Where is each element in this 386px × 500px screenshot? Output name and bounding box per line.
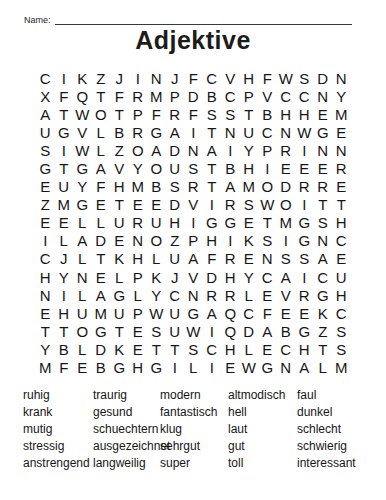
grid-cell-r10c10[interactable]: H bbox=[203, 232, 222, 250]
grid-cell-r4c12[interactable]: U bbox=[240, 123, 259, 141]
word-klug[interactable]: klug bbox=[160, 420, 228, 437]
grid-cell-r11c6[interactable]: H bbox=[129, 250, 148, 268]
grid-cell-r5c4[interactable]: L bbox=[92, 141, 111, 159]
word-traurig[interactable]: traurig bbox=[93, 386, 160, 403]
grid-cell-r10c11[interactable]: I bbox=[221, 232, 240, 250]
grid-cell-r12c7[interactable]: K bbox=[147, 268, 166, 286]
grid-cell-r13c15[interactable]: R bbox=[295, 286, 314, 304]
grid-cell-r9c11[interactable]: G bbox=[221, 214, 240, 232]
grid-cell-r11c4[interactable]: T bbox=[92, 250, 111, 268]
grid-cell-r7c8[interactable]: S bbox=[166, 178, 185, 196]
grid-cell-r4c16[interactable]: G bbox=[314, 123, 333, 141]
grid-cell-r14c8[interactable]: U bbox=[166, 304, 185, 322]
name-input-line[interactable] bbox=[55, 13, 352, 25]
grid-cell-r15c14[interactable]: B bbox=[277, 322, 296, 340]
grid-cell-r11c5[interactable]: K bbox=[110, 250, 129, 268]
grid-cell-r14c2[interactable]: H bbox=[55, 304, 74, 322]
grid-cell-r5c16[interactable]: N bbox=[314, 141, 333, 159]
grid-cell-r10c4[interactable]: D bbox=[92, 232, 111, 250]
grid-cell-r17c5[interactable]: G bbox=[110, 359, 129, 377]
grid-cell-r8c8[interactable]: D bbox=[166, 196, 185, 214]
grid-cell-r14c9[interactable]: G bbox=[184, 304, 203, 322]
grid-cell-r12c16[interactable]: C bbox=[314, 268, 333, 286]
grid-cell-r10c2[interactable]: L bbox=[55, 232, 74, 250]
grid-cell-r13c4[interactable]: A bbox=[92, 286, 111, 304]
grid-cell-r2c5[interactable]: F bbox=[110, 87, 129, 105]
grid-cell-r5c1[interactable]: S bbox=[36, 141, 55, 159]
grid-cell-r1c7[interactable]: N bbox=[147, 69, 166, 87]
grid-cell-r13c7[interactable]: Y bbox=[147, 286, 166, 304]
grid-cell-r5c5[interactable]: Z bbox=[110, 141, 129, 159]
grid-cell-r2c11[interactable]: C bbox=[221, 87, 240, 105]
grid-cell-r16c4[interactable]: D bbox=[92, 340, 111, 358]
grid-cell-r17c17[interactable]: M bbox=[332, 359, 351, 377]
grid-cell-r5c9[interactable]: N bbox=[184, 141, 203, 159]
grid-cell-r3c16[interactable]: E bbox=[314, 105, 333, 123]
grid-cell-r13c10[interactable]: R bbox=[203, 286, 222, 304]
grid-cell-r11c14[interactable]: S bbox=[277, 250, 296, 268]
grid-cell-r13c16[interactable]: G bbox=[314, 286, 333, 304]
grid-cell-r14c7[interactable]: W bbox=[147, 304, 166, 322]
grid-cell-r5c8[interactable]: D bbox=[166, 141, 185, 159]
grid-cell-r17c4[interactable]: B bbox=[92, 359, 111, 377]
grid-cell-r3c17[interactable]: M bbox=[332, 105, 351, 123]
grid-cell-r6c4[interactable]: A bbox=[92, 159, 111, 177]
grid-cell-r12c13[interactable]: C bbox=[258, 268, 277, 286]
grid-cell-r16c14[interactable]: C bbox=[277, 340, 296, 358]
grid-cell-r15c11[interactable]: Q bbox=[221, 322, 240, 340]
grid-cell-r12c8[interactable]: J bbox=[166, 268, 185, 286]
grid-cell-r12c14[interactable]: A bbox=[277, 268, 296, 286]
grid-cell-r17c16[interactable]: L bbox=[314, 359, 333, 377]
grid-cell-r9c15[interactable]: G bbox=[295, 214, 314, 232]
word-langweilig[interactable]: langweilig bbox=[93, 454, 160, 471]
grid-cell-r9c1[interactable]: E bbox=[36, 214, 55, 232]
grid-cell-r6c6[interactable]: Y bbox=[129, 159, 148, 177]
grid-cell-r4c2[interactable]: G bbox=[55, 123, 74, 141]
grid-cell-r4c6[interactable]: R bbox=[129, 123, 148, 141]
grid-cell-r7c16[interactable]: R bbox=[314, 178, 333, 196]
word-ausgezeichnet[interactable]: ausgezeichnet bbox=[93, 437, 160, 454]
grid-cell-r17c9[interactable]: L bbox=[184, 359, 203, 377]
grid-cell-r4c10[interactable]: T bbox=[203, 123, 222, 141]
grid-cell-r5c7[interactable]: A bbox=[147, 141, 166, 159]
grid-cell-r6c15[interactable]: E bbox=[295, 159, 314, 177]
grid-cell-r9c3[interactable]: L bbox=[73, 214, 92, 232]
grid-cell-r3c10[interactable]: S bbox=[203, 105, 222, 123]
word-ruhig[interactable]: ruhig bbox=[23, 386, 93, 403]
grid-cell-r4c11[interactable]: N bbox=[221, 123, 240, 141]
grid-cell-r9c5[interactable]: U bbox=[110, 214, 129, 232]
word-stressig[interactable]: stressig bbox=[23, 437, 93, 454]
grid-cell-r11c10[interactable]: F bbox=[203, 250, 222, 268]
word-sehrgut[interactable]: sehrgut bbox=[160, 437, 228, 454]
grid-cell-r7c6[interactable]: M bbox=[129, 178, 148, 196]
grid-cell-r2c6[interactable]: R bbox=[129, 87, 148, 105]
word-gesund[interactable]: gesund bbox=[93, 403, 160, 420]
grid-cell-r3c9[interactable]: F bbox=[184, 105, 203, 123]
grid-cell-r10c9[interactable]: P bbox=[184, 232, 203, 250]
grid-cell-r16c10[interactable]: C bbox=[203, 340, 222, 358]
grid-cell-r16c9[interactable]: S bbox=[184, 340, 203, 358]
grid-cell-r7c14[interactable]: D bbox=[277, 178, 296, 196]
grid-cell-r3c7[interactable]: F bbox=[147, 105, 166, 123]
grid-cell-r10c7[interactable]: O bbox=[147, 232, 166, 250]
grid-cell-r7c4[interactable]: F bbox=[92, 178, 111, 196]
grid-cell-r6c3[interactable]: G bbox=[73, 159, 92, 177]
grid-cell-r15c13[interactable]: A bbox=[258, 322, 277, 340]
grid-cell-r3c12[interactable]: T bbox=[240, 105, 259, 123]
grid-cell-r17c8[interactable]: I bbox=[166, 359, 185, 377]
grid-cell-r13c11[interactable]: R bbox=[221, 286, 240, 304]
grid-cell-r12c3[interactable]: N bbox=[73, 268, 92, 286]
grid-cell-r8c10[interactable]: I bbox=[203, 196, 222, 214]
grid-cell-r11c12[interactable]: E bbox=[240, 250, 259, 268]
grid-cell-r12c10[interactable]: D bbox=[203, 268, 222, 286]
grid-cell-r16c8[interactable]: T bbox=[166, 340, 185, 358]
grid-cell-r8c11[interactable]: R bbox=[221, 196, 240, 214]
grid-cell-r10c15[interactable]: G bbox=[295, 232, 314, 250]
grid-cell-r6c12[interactable]: H bbox=[240, 159, 259, 177]
grid-cell-r15c1[interactable]: T bbox=[36, 322, 55, 340]
grid-cell-r4c1[interactable]: U bbox=[36, 123, 55, 141]
grid-cell-r15c15[interactable]: G bbox=[295, 322, 314, 340]
grid-cell-r3c3[interactable]: W bbox=[73, 105, 92, 123]
grid-cell-r5c11[interactable]: I bbox=[221, 141, 240, 159]
word-dunkel[interactable]: dunkel bbox=[297, 403, 356, 420]
grid-cell-r1c3[interactable]: K bbox=[73, 69, 92, 87]
grid-cell-r8c1[interactable]: Z bbox=[36, 196, 55, 214]
grid-cell-r13c9[interactable]: N bbox=[184, 286, 203, 304]
grid-cell-r4c8[interactable]: A bbox=[166, 123, 185, 141]
grid-cell-r11c3[interactable]: L bbox=[73, 250, 92, 268]
word-laut[interactable]: laut bbox=[228, 420, 297, 437]
grid-cell-r16c7[interactable]: T bbox=[147, 340, 166, 358]
grid-cell-r14c10[interactable]: A bbox=[203, 304, 222, 322]
grid-cell-r9c7[interactable]: U bbox=[147, 214, 166, 232]
word-schlecht[interactable]: schlecht bbox=[297, 420, 356, 437]
grid-cell-r16c15[interactable]: H bbox=[295, 340, 314, 358]
grid-cell-r14c1[interactable]: E bbox=[36, 304, 55, 322]
grid-cell-r15c9[interactable]: W bbox=[184, 322, 203, 340]
grid-cell-r12c17[interactable]: U bbox=[332, 268, 351, 286]
grid-cell-r7c15[interactable]: R bbox=[295, 178, 314, 196]
grid-cell-r6c11[interactable]: B bbox=[221, 159, 240, 177]
grid-cell-r13c2[interactable]: I bbox=[55, 286, 74, 304]
grid-cell-r4c4[interactable]: L bbox=[92, 123, 111, 141]
grid-cell-r15c17[interactable]: S bbox=[332, 322, 351, 340]
grid-cell-r11c15[interactable]: S bbox=[295, 250, 314, 268]
grid-cell-r5c14[interactable]: R bbox=[277, 141, 296, 159]
grid-cell-r16c17[interactable]: S bbox=[332, 340, 351, 358]
grid-cell-r17c13[interactable]: G bbox=[258, 359, 277, 377]
grid-cell-r11c16[interactable]: A bbox=[314, 250, 333, 268]
grid-cell-r17c15[interactable]: A bbox=[295, 359, 314, 377]
grid-cell-r10c17[interactable]: C bbox=[332, 232, 351, 250]
grid-cell-r11c11[interactable]: R bbox=[221, 250, 240, 268]
grid-cell-r7c17[interactable]: E bbox=[332, 178, 351, 196]
grid-cell-r16c2[interactable]: B bbox=[55, 340, 74, 358]
grid-cell-r7c10[interactable]: T bbox=[203, 178, 222, 196]
grid-cell-r3c6[interactable]: P bbox=[129, 105, 148, 123]
grid-cell-r17c12[interactable]: W bbox=[240, 359, 259, 377]
grid-cell-r11c2[interactable]: J bbox=[55, 250, 74, 268]
grid-cell-r3c13[interactable]: B bbox=[258, 105, 277, 123]
grid-cell-r1c8[interactable]: J bbox=[166, 69, 185, 87]
grid-cell-r2c17[interactable]: Y bbox=[332, 87, 351, 105]
grid-cell-r6c8[interactable]: U bbox=[166, 159, 185, 177]
grid-cell-r15c6[interactable]: E bbox=[129, 322, 148, 340]
grid-cell-r9c4[interactable]: L bbox=[92, 214, 111, 232]
grid-cell-r13c6[interactable]: L bbox=[129, 286, 148, 304]
grid-cell-r15c12[interactable]: D bbox=[240, 322, 259, 340]
grid-cell-r16c6[interactable]: E bbox=[129, 340, 148, 358]
grid-cell-r7c9[interactable]: R bbox=[184, 178, 203, 196]
grid-cell-r13c17[interactable]: H bbox=[332, 286, 351, 304]
grid-cell-r1c4[interactable]: Z bbox=[92, 69, 111, 87]
grid-cell-r17c10[interactable]: I bbox=[203, 359, 222, 377]
grid-cell-r10c6[interactable]: N bbox=[129, 232, 148, 250]
grid-cell-r17c6[interactable]: H bbox=[129, 359, 148, 377]
grid-cell-r10c8[interactable]: Z bbox=[166, 232, 185, 250]
grid-cell-r15c4[interactable]: G bbox=[92, 322, 111, 340]
grid-cell-r14c6[interactable]: P bbox=[129, 304, 148, 322]
grid-cell-r8c6[interactable]: E bbox=[129, 196, 148, 214]
word-altmodisch[interactable]: altmodisch bbox=[228, 386, 297, 403]
word-super[interactable]: super bbox=[160, 454, 228, 471]
grid-cell-r5c12[interactable]: Y bbox=[240, 141, 259, 159]
grid-cell-r15c3[interactable]: O bbox=[73, 322, 92, 340]
grid-cell-r11c13[interactable]: N bbox=[258, 250, 277, 268]
grid-cell-r3c1[interactable]: A bbox=[36, 105, 55, 123]
grid-cell-r7c1[interactable]: E bbox=[36, 178, 55, 196]
grid-cell-r2c9[interactable]: D bbox=[184, 87, 203, 105]
grid-cell-r12c6[interactable]: P bbox=[129, 268, 148, 286]
grid-cell-r17c2[interactable]: F bbox=[55, 359, 74, 377]
grid-cell-r4c3[interactable]: V bbox=[73, 123, 92, 141]
grid-cell-r4c14[interactable]: N bbox=[277, 123, 296, 141]
grid-cell-r5c3[interactable]: W bbox=[73, 141, 92, 159]
grid-cell-r13c8[interactable]: C bbox=[166, 286, 185, 304]
grid-cell-r3c2[interactable]: T bbox=[55, 105, 74, 123]
grid-cell-r2c13[interactable]: V bbox=[258, 87, 277, 105]
grid-cell-r13c13[interactable]: E bbox=[258, 286, 277, 304]
grid-cell-r5c17[interactable]: N bbox=[332, 141, 351, 159]
word-schwierig[interactable]: schwierig bbox=[297, 437, 356, 454]
grid-cell-r9c2[interactable]: E bbox=[55, 214, 74, 232]
grid-cell-r8c3[interactable]: G bbox=[73, 196, 92, 214]
word-mutig[interactable]: mutig bbox=[23, 420, 93, 437]
grid-cell-r7c11[interactable]: A bbox=[221, 178, 240, 196]
grid-cell-r8c16[interactable]: T bbox=[314, 196, 333, 214]
grid-cell-r1c17[interactable]: N bbox=[332, 69, 351, 87]
grid-cell-r14c3[interactable]: U bbox=[73, 304, 92, 322]
grid-cell-r15c16[interactable]: Z bbox=[314, 322, 333, 340]
grid-cell-r16c5[interactable]: K bbox=[110, 340, 129, 358]
grid-cell-r4c7[interactable]: G bbox=[147, 123, 166, 141]
grid-cell-r1c11[interactable]: V bbox=[221, 69, 240, 87]
grid-cell-r3c15[interactable]: H bbox=[295, 105, 314, 123]
grid-cell-r6c2[interactable]: T bbox=[55, 159, 74, 177]
grid-cell-r16c12[interactable]: L bbox=[240, 340, 259, 358]
word-hell[interactable]: hell bbox=[228, 403, 297, 420]
grid-cell-r14c13[interactable]: F bbox=[258, 304, 277, 322]
grid-cell-r5c15[interactable]: I bbox=[295, 141, 314, 159]
grid-cell-r6c17[interactable]: R bbox=[332, 159, 351, 177]
grid-cell-r5c13[interactable]: P bbox=[258, 141, 277, 159]
grid-cell-r6c7[interactable]: O bbox=[147, 159, 166, 177]
grid-cell-r4c13[interactable]: C bbox=[258, 123, 277, 141]
grid-cell-r4c17[interactable]: E bbox=[332, 123, 351, 141]
grid-cell-r11c9[interactable]: A bbox=[184, 250, 203, 268]
grid-cell-r10c3[interactable]: A bbox=[73, 232, 92, 250]
grid-cell-r8c12[interactable]: S bbox=[240, 196, 259, 214]
grid-cell-r6c5[interactable]: V bbox=[110, 159, 129, 177]
grid-cell-r13c1[interactable]: N bbox=[36, 286, 55, 304]
grid-cell-r15c10[interactable]: I bbox=[203, 322, 222, 340]
grid-cell-r9c17[interactable]: H bbox=[332, 214, 351, 232]
grid-cell-r11c8[interactable]: U bbox=[166, 250, 185, 268]
grid-cell-r12c1[interactable]: H bbox=[36, 268, 55, 286]
grid-cell-r1c5[interactable]: J bbox=[110, 69, 129, 87]
grid-cell-r2c15[interactable]: C bbox=[295, 87, 314, 105]
grid-cell-r2c16[interactable]: N bbox=[314, 87, 333, 105]
grid-cell-r3c4[interactable]: O bbox=[92, 105, 111, 123]
grid-cell-r9c14[interactable]: M bbox=[277, 214, 296, 232]
word-fantastisch[interactable]: fantastisch bbox=[160, 403, 228, 420]
grid-cell-r4c5[interactable]: B bbox=[110, 123, 129, 141]
grid-cell-r5c2[interactable]: I bbox=[55, 141, 74, 159]
grid-cell-r3c14[interactable]: H bbox=[277, 105, 296, 123]
grid-cell-r7c3[interactable]: Y bbox=[73, 178, 92, 196]
grid-cell-r16c16[interactable]: T bbox=[314, 340, 333, 358]
grid-cell-r10c5[interactable]: E bbox=[110, 232, 129, 250]
grid-cell-r7c5[interactable]: H bbox=[110, 178, 129, 196]
grid-cell-r1c10[interactable]: C bbox=[203, 69, 222, 87]
grid-cell-r2c2[interactable]: F bbox=[55, 87, 74, 105]
grid-cell-r14c11[interactable]: Q bbox=[221, 304, 240, 322]
grid-cell-r13c14[interactable]: V bbox=[277, 286, 296, 304]
grid-cell-r9c13[interactable]: T bbox=[258, 214, 277, 232]
grid-cell-r14c4[interactable]: M bbox=[92, 304, 111, 322]
grid-cell-r14c5[interactable]: U bbox=[110, 304, 129, 322]
grid-cell-r9c9[interactable]: I bbox=[184, 214, 203, 232]
grid-cell-r13c3[interactable]: L bbox=[73, 286, 92, 304]
grid-cell-r8c13[interactable]: W bbox=[258, 196, 277, 214]
grid-cell-r6c13[interactable]: I bbox=[258, 159, 277, 177]
grid-cell-r10c1[interactable]: I bbox=[36, 232, 55, 250]
grid-cell-r3c5[interactable]: T bbox=[110, 105, 129, 123]
grid-cell-r1c12[interactable]: H bbox=[240, 69, 259, 87]
grid-cell-r17c7[interactable]: G bbox=[147, 359, 166, 377]
grid-cell-r17c14[interactable]: N bbox=[277, 359, 296, 377]
grid-cell-r2c4[interactable]: T bbox=[92, 87, 111, 105]
grid-cell-r11c17[interactable]: E bbox=[332, 250, 351, 268]
grid-cell-r8c4[interactable]: E bbox=[92, 196, 111, 214]
grid-cell-r3c8[interactable]: R bbox=[166, 105, 185, 123]
grid-cell-r5c6[interactable]: O bbox=[129, 141, 148, 159]
grid-cell-r6c1[interactable]: G bbox=[36, 159, 55, 177]
grid-cell-r6c10[interactable]: T bbox=[203, 159, 222, 177]
grid-cell-r7c12[interactable]: M bbox=[240, 178, 259, 196]
word-krank[interactable]: krank bbox=[23, 403, 93, 420]
grid-cell-r1c2[interactable]: I bbox=[55, 69, 74, 87]
grid-cell-r11c1[interactable]: C bbox=[36, 250, 55, 268]
grid-cell-r16c3[interactable]: L bbox=[73, 340, 92, 358]
grid-cell-r16c13[interactable]: E bbox=[258, 340, 277, 358]
grid-cell-r14c14[interactable]: E bbox=[277, 304, 296, 322]
grid-cell-r6c16[interactable]: E bbox=[314, 159, 333, 177]
grid-cell-r2c8[interactable]: P bbox=[166, 87, 185, 105]
grid-cell-r13c12[interactable]: L bbox=[240, 286, 259, 304]
grid-cell-r7c2[interactable]: U bbox=[55, 178, 74, 196]
grid-cell-r2c10[interactable]: B bbox=[203, 87, 222, 105]
grid-cell-r3c11[interactable]: S bbox=[221, 105, 240, 123]
grid-cell-r10c16[interactable]: N bbox=[314, 232, 333, 250]
word-interessant[interactable]: interessant bbox=[297, 454, 356, 471]
grid-cell-r10c13[interactable]: S bbox=[258, 232, 277, 250]
grid-cell-r1c6[interactable]: I bbox=[129, 69, 148, 87]
grid-cell-r9c12[interactable]: E bbox=[240, 214, 259, 232]
grid-cell-r10c14[interactable]: I bbox=[277, 232, 296, 250]
word-modern[interactable]: modern bbox=[160, 386, 228, 403]
grid-cell-r2c3[interactable]: Q bbox=[73, 87, 92, 105]
grid-cell-r2c1[interactable]: X bbox=[36, 87, 55, 105]
grid-cell-r12c4[interactable]: E bbox=[92, 268, 111, 286]
grid-cell-r8c17[interactable]: T bbox=[332, 196, 351, 214]
grid-cell-r1c16[interactable]: D bbox=[314, 69, 333, 87]
grid-cell-r15c7[interactable]: S bbox=[147, 322, 166, 340]
grid-cell-r9c10[interactable]: G bbox=[203, 214, 222, 232]
grid-cell-r2c12[interactable]: P bbox=[240, 87, 259, 105]
grid-cell-r8c5[interactable]: T bbox=[110, 196, 129, 214]
grid-cell-r12c9[interactable]: V bbox=[184, 268, 203, 286]
grid-cell-r1c14[interactable]: W bbox=[277, 69, 296, 87]
grid-cell-r1c9[interactable]: F bbox=[184, 69, 203, 87]
grid-cell-r12c11[interactable]: H bbox=[221, 268, 240, 286]
word-schuechtern[interactable]: schuechtern bbox=[93, 420, 160, 437]
grid-cell-r15c8[interactable]: U bbox=[166, 322, 185, 340]
grid-cell-r10c12[interactable]: K bbox=[240, 232, 259, 250]
grid-cell-r8c9[interactable]: V bbox=[184, 196, 203, 214]
grid-cell-r6c14[interactable]: E bbox=[277, 159, 296, 177]
grid-cell-r8c14[interactable]: O bbox=[277, 196, 296, 214]
grid-cell-r8c2[interactable]: M bbox=[55, 196, 74, 214]
grid-cell-r8c15[interactable]: I bbox=[295, 196, 314, 214]
grid-cell-r4c15[interactable]: W bbox=[295, 123, 314, 141]
grid-cell-r14c16[interactable]: K bbox=[314, 304, 333, 322]
grid-cell-r12c2[interactable]: Y bbox=[55, 268, 74, 286]
grid-cell-r9c16[interactable]: S bbox=[314, 214, 333, 232]
grid-cell-r12c15[interactable]: I bbox=[295, 268, 314, 286]
grid-cell-r16c11[interactable]: H bbox=[221, 340, 240, 358]
grid-cell-r15c5[interactable]: T bbox=[110, 322, 129, 340]
word-faul[interactable]: faul bbox=[297, 386, 356, 403]
grid-cell-r7c13[interactable]: O bbox=[258, 178, 277, 196]
grid-cell-r4c9[interactable]: I bbox=[184, 123, 203, 141]
grid-cell-r17c3[interactable]: E bbox=[73, 359, 92, 377]
word-gut[interactable]: gut bbox=[228, 437, 297, 454]
grid-cell-r14c15[interactable]: E bbox=[295, 304, 314, 322]
grid-cell-r1c15[interactable]: S bbox=[295, 69, 314, 87]
grid-cell-r12c5[interactable]: L bbox=[110, 268, 129, 286]
grid-cell-r2c7[interactable]: M bbox=[147, 87, 166, 105]
grid-cell-r16c1[interactable]: Y bbox=[36, 340, 55, 358]
grid-cell-r11c7[interactable]: L bbox=[147, 250, 166, 268]
grid-cell-r14c12[interactable]: C bbox=[240, 304, 259, 322]
grid-cell-r17c11[interactable]: E bbox=[221, 359, 240, 377]
grid-cell-r14c17[interactable]: C bbox=[332, 304, 351, 322]
